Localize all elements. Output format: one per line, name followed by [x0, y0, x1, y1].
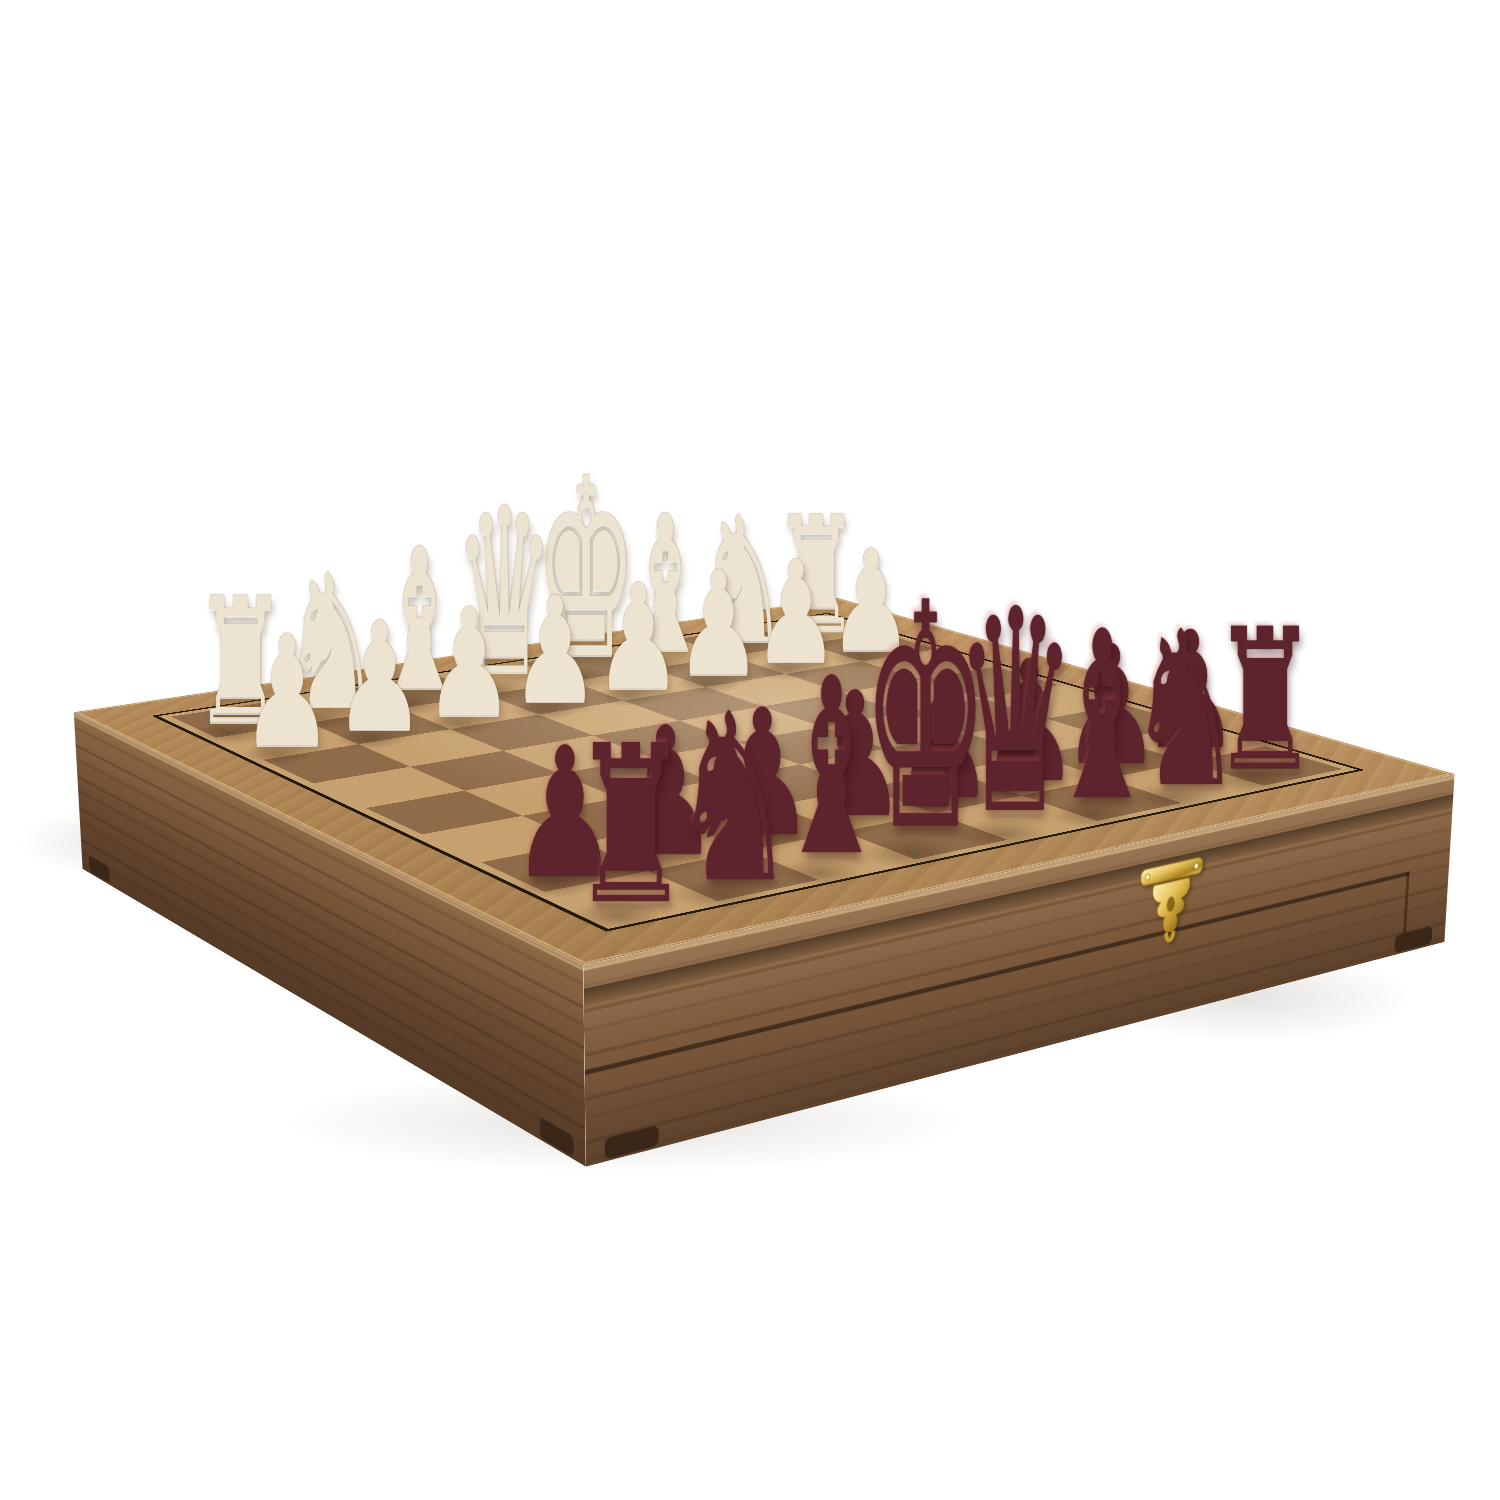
chess-set-photo: ♜♞♝♚♛♝♞♜♟♟♟♟♟♟♟♟♟♟♟♟♟♟♟♟♜♞♝♛♚♝♞♜ — [0, 0, 1500, 1500]
square-d6 — [711, 764, 865, 805]
square-c8 — [748, 832, 915, 880]
brass-latch-icon — [1133, 851, 1207, 967]
square-e8 — [934, 795, 1096, 839]
square-b8 — [648, 851, 818, 901]
square-a4 — [313, 767, 464, 808]
square-a6 — [422, 816, 583, 862]
square-g7 — [1035, 740, 1187, 779]
square-d8 — [843, 813, 1008, 859]
square-d7 — [775, 788, 934, 832]
square-g8 — [1107, 762, 1264, 803]
square-f8 — [1022, 778, 1182, 821]
square-f7 — [952, 755, 1107, 795]
square-b4 — [410, 751, 559, 791]
square-d5 — [650, 742, 800, 781]
square-b6 — [522, 798, 681, 843]
square-h8 — [1188, 746, 1343, 785]
square-a7 — [481, 843, 648, 892]
square-a5 — [366, 791, 522, 835]
square-a3 — [263, 744, 410, 783]
square-c7 — [681, 806, 843, 851]
box-foot — [89, 855, 110, 884]
box-foot — [1394, 926, 1433, 953]
square-b7 — [583, 824, 747, 871]
square-b5 — [465, 774, 619, 816]
square-c5 — [559, 758, 711, 798]
box-foot — [605, 1125, 659, 1160]
box-foot — [540, 1117, 574, 1158]
square-e6 — [800, 749, 952, 789]
square-a8 — [545, 871, 718, 924]
square-e7 — [865, 771, 1022, 813]
perspective-wrapper — [0, 0, 1500, 1500]
square-c6 — [619, 781, 776, 824]
